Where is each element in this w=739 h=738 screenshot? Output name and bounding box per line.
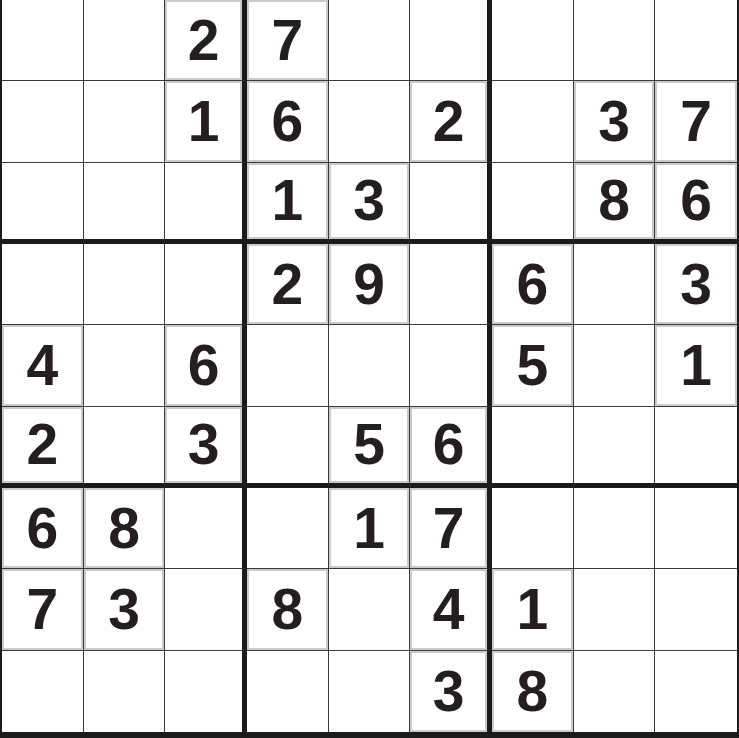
cell-r9c9[interactable] — [655, 651, 737, 732]
cell-r3c2[interactable] — [84, 163, 166, 244]
cell-r6c5[interactable]: 5 — [329, 407, 411, 488]
cell-r7c9[interactable] — [655, 488, 737, 569]
cell-r4c3[interactable] — [165, 244, 247, 325]
cell-r7c3[interactable] — [165, 488, 247, 569]
cell-r4c9[interactable]: 3 — [655, 244, 737, 325]
cell-r3c3[interactable] — [165, 163, 247, 244]
cell-r9c5[interactable] — [329, 651, 411, 732]
cell-r4c8[interactable] — [574, 244, 656, 325]
cell-r6c4[interactable] — [247, 407, 329, 488]
cell-r8c1[interactable]: 7 — [2, 569, 84, 650]
cell-r5c6[interactable] — [410, 325, 492, 406]
cell-r1c1[interactable] — [2, 0, 84, 81]
cell-r9c8[interactable] — [574, 651, 656, 732]
cell-r1c2[interactable] — [84, 0, 166, 81]
cell-r7c4[interactable] — [247, 488, 329, 569]
cell-r3c6[interactable] — [410, 163, 492, 244]
cell-r5c3[interactable]: 6 — [165, 325, 247, 406]
cell-r6c3[interactable]: 3 — [165, 407, 247, 488]
cell-r3c8[interactable]: 8 — [574, 163, 656, 244]
cell-r7c5[interactable]: 1 — [329, 488, 411, 569]
cell-r5c7[interactable]: 5 — [492, 325, 574, 406]
cell-r9c4[interactable] — [247, 651, 329, 732]
sudoku-board: 2716237138629634651235668177384138 — [0, 0, 739, 738]
cell-r8c9[interactable] — [655, 569, 737, 650]
cell-r8c3[interactable] — [165, 569, 247, 650]
cell-r3c1[interactable] — [2, 163, 84, 244]
cell-r7c7[interactable] — [492, 488, 574, 569]
cell-r2c6[interactable]: 2 — [410, 81, 492, 162]
cell-r2c3[interactable]: 1 — [165, 81, 247, 162]
cell-r3c7[interactable] — [492, 163, 574, 244]
cell-r4c1[interactable] — [2, 244, 84, 325]
cell-r2c5[interactable] — [329, 81, 411, 162]
cell-r8c5[interactable] — [329, 569, 411, 650]
cell-r8c2[interactable]: 3 — [84, 569, 166, 650]
cell-r8c6[interactable]: 4 — [410, 569, 492, 650]
cell-r2c1[interactable] — [2, 81, 84, 162]
cell-r2c8[interactable]: 3 — [574, 81, 656, 162]
cell-r5c1[interactable]: 4 — [2, 325, 84, 406]
cell-r5c5[interactable] — [329, 325, 411, 406]
cell-r4c7[interactable]: 6 — [492, 244, 574, 325]
cell-r3c9[interactable]: 6 — [655, 163, 737, 244]
cell-r6c8[interactable] — [574, 407, 656, 488]
cell-r5c4[interactable] — [247, 325, 329, 406]
cell-r6c7[interactable] — [492, 407, 574, 488]
cell-r1c5[interactable] — [329, 0, 411, 81]
cell-r1c7[interactable] — [492, 0, 574, 81]
cell-r1c8[interactable] — [574, 0, 656, 81]
cell-r7c1[interactable]: 6 — [2, 488, 84, 569]
cell-r5c2[interactable] — [84, 325, 166, 406]
cell-r5c9[interactable]: 1 — [655, 325, 737, 406]
cell-r9c7[interactable]: 8 — [492, 651, 574, 732]
cell-r2c9[interactable]: 7 — [655, 81, 737, 162]
cell-r9c2[interactable] — [84, 651, 166, 732]
cell-r4c6[interactable] — [410, 244, 492, 325]
cell-r1c3[interactable]: 2 — [165, 0, 247, 81]
cell-r4c5[interactable]: 9 — [329, 244, 411, 325]
cell-r4c4[interactable]: 2 — [247, 244, 329, 325]
cell-r7c2[interactable]: 8 — [84, 488, 166, 569]
cell-r6c2[interactable] — [84, 407, 166, 488]
cell-r8c8[interactable] — [574, 569, 656, 650]
cell-r6c6[interactable]: 6 — [410, 407, 492, 488]
cell-r2c2[interactable] — [84, 81, 166, 162]
cell-r7c8[interactable] — [574, 488, 656, 569]
cell-r6c1[interactable]: 2 — [2, 407, 84, 488]
cell-r9c6[interactable]: 3 — [410, 651, 492, 732]
cell-r1c6[interactable] — [410, 0, 492, 81]
cell-r1c4[interactable]: 7 — [247, 0, 329, 81]
sudoku-page: 2716237138629634651235668177384138 — [0, 0, 739, 738]
cell-r3c5[interactable]: 3 — [329, 163, 411, 244]
cell-r4c2[interactable] — [84, 244, 166, 325]
cell-r9c3[interactable] — [165, 651, 247, 732]
cell-r2c4[interactable]: 6 — [247, 81, 329, 162]
cell-r5c8[interactable] — [574, 325, 656, 406]
cell-r8c7[interactable]: 1 — [492, 569, 574, 650]
cell-r9c1[interactable] — [2, 651, 84, 732]
cell-r6c9[interactable] — [655, 407, 737, 488]
cell-r8c4[interactable]: 8 — [247, 569, 329, 650]
cell-r1c9[interactable] — [655, 0, 737, 81]
cell-r3c4[interactable]: 1 — [247, 163, 329, 244]
cell-r2c7[interactable] — [492, 81, 574, 162]
cell-r7c6[interactable]: 7 — [410, 488, 492, 569]
